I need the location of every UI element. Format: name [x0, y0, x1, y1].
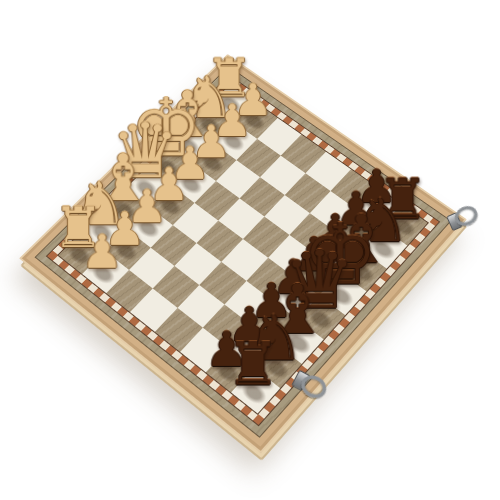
square-a5[interactable] [155, 308, 203, 352]
product-photo: ♜♞♝♛♚♝♞♜♟♟♟♟♟♟♟♟♟♟♟♟♟♟♟♟♜♞♝♛♚♝♞♜ [0, 0, 500, 500]
square-a4[interactable] [130, 289, 177, 332]
piece-black-rook-a8[interactable]: ♜ [226, 334, 279, 393]
scene: ♜♞♝♛♚♝♞♜♟♟♟♟♟♟♟♟♟♟♟♟♟♟♟♟♜♞♝♛♚♝♞♜ [0, 0, 500, 500]
square-c4[interactable] [175, 243, 221, 285]
piece-white-pawn-a2[interactable]: ♟ [82, 228, 124, 274]
chess-board: ♜♞♝♛♚♝♞♜♟♟♟♟♟♟♟♟♟♟♟♟♟♟♟♟♜♞♝♛♚♝♞♜ [19, 54, 467, 454]
square-b4[interactable] [153, 266, 200, 308]
